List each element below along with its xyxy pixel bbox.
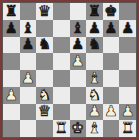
square-c1[interactable] [36,120,53,137]
square-f3[interactable]: ♞ [86,87,103,104]
black-king: ♚ [104,3,117,18]
black-queen: ♛ [38,3,51,18]
board-frame: ♜♛♜♚♟♝♝♟♟♟♟♞♟♞♟♟♝♟♞♞♛♟♟♟♜♚♝♜ [0,0,139,140]
square-c4[interactable] [36,70,53,87]
square-e2[interactable] [70,104,87,121]
black-rook: ♜ [5,3,18,18]
square-a8[interactable]: ♜ [3,3,20,20]
white-pawn: ♟ [88,104,101,119]
black-pawn: ♟ [21,37,34,52]
square-g6[interactable] [103,37,120,54]
square-b5[interactable] [20,53,37,70]
square-f8[interactable]: ♜ [86,3,103,20]
square-d3[interactable] [53,87,70,104]
black-bishop: ♝ [21,20,34,35]
square-h7[interactable]: ♟ [119,20,136,37]
square-d8[interactable] [53,3,70,20]
white-pawn: ♟ [121,104,134,119]
black-knight: ♞ [88,37,101,52]
black-pawn: ♟ [104,20,117,35]
square-g8[interactable]: ♚ [103,3,120,20]
square-f1[interactable]: ♝ [86,120,103,137]
white-pawn: ♟ [5,87,18,102]
black-knight: ♞ [38,37,51,52]
square-c5[interactable] [36,53,53,70]
square-a4[interactable] [3,70,20,87]
square-e8[interactable] [70,3,87,20]
square-c2[interactable]: ♛ [36,104,53,121]
square-f7[interactable]: ♟ [86,20,103,37]
square-g4[interactable] [103,70,120,87]
square-c7[interactable] [36,20,53,37]
white-bishop: ♝ [88,70,101,85]
black-pawn: ♟ [121,20,134,35]
square-b7[interactable]: ♝ [20,20,37,37]
square-f5[interactable] [86,53,103,70]
square-e6[interactable]: ♟ [70,37,87,54]
square-e3[interactable] [70,87,87,104]
square-f4[interactable]: ♝ [86,70,103,87]
square-h2[interactable]: ♟ [119,104,136,121]
square-d5[interactable] [53,53,70,70]
black-pawn: ♟ [88,20,101,35]
square-d4[interactable] [53,70,70,87]
square-d2[interactable] [53,104,70,121]
white-king: ♚ [71,121,84,136]
white-pawn: ♟ [21,70,34,85]
square-h5[interactable] [119,53,136,70]
square-c3[interactable]: ♞ [36,87,53,104]
square-h3[interactable] [119,87,136,104]
square-d1[interactable]: ♜ [53,120,70,137]
square-g1[interactable] [103,120,120,137]
white-knight: ♞ [38,87,51,102]
black-rook: ♜ [88,3,101,18]
square-f6[interactable]: ♞ [86,37,103,54]
square-h4[interactable] [119,70,136,87]
square-g7[interactable]: ♟ [103,20,120,37]
square-a6[interactable] [3,37,20,54]
square-b4[interactable]: ♟ [20,70,37,87]
black-pawn: ♟ [5,20,18,35]
square-e4[interactable] [70,70,87,87]
square-d6[interactable] [53,37,70,54]
square-e5[interactable]: ♟ [70,53,87,70]
square-c8[interactable]: ♛ [36,3,53,20]
white-pawn: ♟ [104,104,117,119]
square-b6[interactable]: ♟ [20,37,37,54]
square-a7[interactable]: ♟ [3,20,20,37]
chess-board: ♜♛♜♚♟♝♝♟♟♟♟♞♟♞♟♟♝♟♞♞♛♟♟♟♜♚♝♜ [2,2,137,138]
square-g3[interactable] [103,87,120,104]
square-e7[interactable]: ♝ [70,20,87,37]
white-knight: ♞ [88,87,101,102]
square-b1[interactable] [20,120,37,137]
square-b2[interactable] [20,104,37,121]
square-b8[interactable] [20,3,37,20]
white-queen: ♛ [38,104,51,119]
square-d7[interactable] [53,20,70,37]
square-a2[interactable] [3,104,20,121]
square-c6[interactable]: ♞ [36,37,53,54]
white-pawn: ♟ [71,54,84,69]
white-rook: ♜ [121,121,134,136]
square-a1[interactable] [3,120,20,137]
square-h6[interactable] [119,37,136,54]
square-g2[interactable]: ♟ [103,104,120,121]
square-h1[interactable]: ♜ [119,120,136,137]
square-b3[interactable] [20,87,37,104]
black-pawn: ♟ [71,37,84,52]
square-a3[interactable]: ♟ [3,87,20,104]
square-h8[interactable] [119,3,136,20]
white-rook: ♜ [54,121,67,136]
square-a5[interactable] [3,53,20,70]
black-bishop: ♝ [71,20,84,35]
square-f2[interactable]: ♟ [86,104,103,121]
square-g5[interactable] [103,53,120,70]
white-bishop: ♝ [88,121,101,136]
square-e1[interactable]: ♚ [70,120,87,137]
